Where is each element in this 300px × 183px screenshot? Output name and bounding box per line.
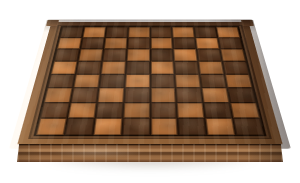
board-photo xyxy=(0,0,300,183)
board-square[interactable] xyxy=(128,27,150,37)
board-square[interactable] xyxy=(178,119,207,135)
board-square[interactable] xyxy=(151,88,177,102)
board-square[interactable] xyxy=(223,61,249,73)
board-square[interactable] xyxy=(80,38,104,49)
board-square[interactable] xyxy=(204,103,232,118)
board-square[interactable] xyxy=(175,74,201,87)
board-square[interactable] xyxy=(40,103,69,118)
board-square[interactable] xyxy=(202,88,229,102)
board-square[interactable] xyxy=(218,38,242,49)
board-surface xyxy=(17,22,282,145)
board-square[interactable] xyxy=(51,61,77,73)
board-square[interactable] xyxy=(150,49,173,61)
board-square[interactable] xyxy=(151,103,177,118)
board-square[interactable] xyxy=(150,27,172,37)
board-square[interactable] xyxy=(57,38,81,49)
board-square[interactable] xyxy=(196,38,220,49)
board-square[interactable] xyxy=(60,27,84,37)
board-square[interactable] xyxy=(122,119,149,135)
board-square[interactable] xyxy=(99,74,125,87)
board-square[interactable] xyxy=(102,49,126,61)
board-square[interactable] xyxy=(127,38,149,49)
board-square[interactable] xyxy=(126,49,149,61)
board-square[interactable] xyxy=(105,27,127,37)
board-square[interactable] xyxy=(95,103,122,118)
board-square[interactable] xyxy=(78,49,103,61)
board-square[interactable] xyxy=(68,103,96,118)
board-square[interactable] xyxy=(71,88,98,102)
board-square[interactable] xyxy=(44,88,72,102)
board-square[interactable] xyxy=(230,103,259,118)
board-square[interactable] xyxy=(54,49,79,61)
board-square[interactable] xyxy=(76,61,101,73)
board-square[interactable] xyxy=(228,88,256,102)
board-square[interactable] xyxy=(104,38,127,49)
board-square[interactable] xyxy=(199,61,224,73)
board-square[interactable] xyxy=(36,119,67,135)
board-square[interactable] xyxy=(177,103,204,118)
board-square[interactable] xyxy=(93,119,122,135)
board-square[interactable] xyxy=(216,27,240,37)
board-square[interactable] xyxy=(125,74,150,87)
board-square[interactable] xyxy=(65,119,95,135)
board-square[interactable] xyxy=(200,74,226,87)
board-square[interactable] xyxy=(83,27,106,37)
chessboard-grid xyxy=(36,27,264,135)
board-square[interactable] xyxy=(194,27,217,37)
board-square[interactable] xyxy=(151,119,178,135)
board-square[interactable] xyxy=(233,119,264,135)
board-square[interactable] xyxy=(151,74,176,87)
frame-corner-molding-left xyxy=(46,20,59,26)
board-square[interactable] xyxy=(176,88,202,102)
board-square[interactable] xyxy=(150,38,172,49)
board-square[interactable] xyxy=(175,61,200,73)
board-square[interactable] xyxy=(197,49,222,61)
board-square[interactable] xyxy=(174,49,198,61)
board-square[interactable] xyxy=(73,74,99,87)
board-square[interactable] xyxy=(124,88,150,102)
board-field xyxy=(36,27,264,135)
board-square[interactable] xyxy=(225,74,252,87)
board-square[interactable] xyxy=(48,74,75,87)
board-front-edge xyxy=(17,144,283,162)
board-square[interactable] xyxy=(126,61,150,73)
frame-corner-molding-right xyxy=(241,20,254,26)
board-square[interactable] xyxy=(221,49,246,61)
board-square[interactable] xyxy=(101,61,126,73)
board-square[interactable] xyxy=(206,119,236,135)
front-edge-sheen xyxy=(17,144,283,162)
board-square[interactable] xyxy=(173,38,196,49)
board-square[interactable] xyxy=(123,103,149,118)
board-square[interactable] xyxy=(97,88,123,102)
board-square[interactable] xyxy=(172,27,194,37)
board-square[interactable] xyxy=(150,61,174,73)
